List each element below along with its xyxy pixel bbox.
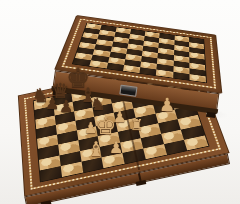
board-foot xyxy=(40,200,51,204)
square xyxy=(156,70,173,78)
dark-pawn: ♟ xyxy=(45,96,59,112)
light-pawn: ♟ xyxy=(159,96,175,114)
light-pawn: ♟ xyxy=(113,110,126,125)
board-foot xyxy=(136,180,147,186)
box-foot xyxy=(206,112,216,118)
square xyxy=(139,67,156,75)
square xyxy=(90,60,108,68)
product-photo-chess-set: ♞♛♚♟♟♝♞♟♚♟♜♝♟♟ xyxy=(0,0,240,204)
dark-knight: ♞ xyxy=(90,96,105,113)
square xyxy=(123,65,140,73)
dark-pawn: ♟ xyxy=(59,99,73,115)
square xyxy=(173,72,190,80)
square xyxy=(189,74,206,82)
light-bishop: ♝ xyxy=(87,139,105,159)
light-rook: ♜ xyxy=(130,118,143,133)
light-pawn: ♟ xyxy=(109,140,123,156)
square xyxy=(106,63,124,71)
